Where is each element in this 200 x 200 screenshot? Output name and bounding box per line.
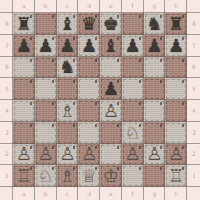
square-g3[interactable] bbox=[144, 122, 166, 144]
white-pawn-b2[interactable]: ♙ bbox=[38, 145, 54, 163]
rank-label-7-right: 7 bbox=[190, 43, 198, 49]
white-bishop-c4[interactable]: ♗ bbox=[59, 101, 75, 119]
square-a7[interactable]: ♟ bbox=[13, 35, 35, 57]
chess-board: ♜♝♛♚♞♜♟♟♟♟♝♟♟♟♞♟♗♙♘♙♙♙♙♙♙♙♖♘♗♕♔♖ bbox=[13, 13, 187, 187]
square-g1[interactable] bbox=[144, 165, 166, 187]
white-bishop-c1[interactable]: ♗ bbox=[59, 167, 75, 185]
rank-label-8-right: 8 bbox=[190, 21, 198, 27]
square-c3[interactable] bbox=[57, 122, 79, 144]
white-knight-b1[interactable]: ♘ bbox=[38, 167, 54, 185]
rank-label-6-left: 6 bbox=[3, 64, 11, 70]
square-e3[interactable] bbox=[100, 122, 122, 144]
square-d1[interactable]: ♕ bbox=[78, 165, 100, 187]
white-pawn-h2[interactable]: ♙ bbox=[168, 145, 184, 163]
rank-label-7-left: 7 bbox=[3, 43, 11, 49]
square-h8[interactable]: ♜ bbox=[165, 13, 187, 35]
square-f7[interactable]: ♟ bbox=[122, 35, 144, 57]
rank-label-1-right: 1 bbox=[190, 173, 198, 179]
square-g5[interactable] bbox=[144, 78, 166, 100]
file-label-h-bottom: h bbox=[172, 191, 180, 197]
white-pawn-f2[interactable]: ♙ bbox=[125, 145, 141, 163]
file-label-d-top: d bbox=[85, 3, 93, 9]
square-d2[interactable]: ♙ bbox=[78, 144, 100, 166]
rank-label-6-right: 6 bbox=[190, 64, 198, 70]
square-f3[interactable]: ♘ bbox=[122, 122, 144, 144]
black-pawn-g7[interactable]: ♟ bbox=[146, 36, 162, 54]
white-pawn-d2[interactable]: ♙ bbox=[81, 145, 97, 163]
black-pawn-c7[interactable]: ♟ bbox=[59, 36, 75, 54]
white-pawn-e4[interactable]: ♙ bbox=[103, 101, 119, 119]
white-rook-a1[interactable]: ♖ bbox=[16, 167, 32, 185]
square-e8[interactable]: ♚ bbox=[100, 13, 122, 35]
black-queen-d8[interactable]: ♛ bbox=[81, 14, 97, 32]
square-h1[interactable]: ♖ bbox=[165, 165, 187, 187]
square-b2[interactable]: ♙ bbox=[35, 144, 57, 166]
square-b8[interactable] bbox=[35, 13, 57, 35]
square-b4[interactable] bbox=[35, 100, 57, 122]
rank-label-5-left: 5 bbox=[3, 86, 11, 92]
black-pawn-e5[interactable]: ♟ bbox=[103, 80, 119, 98]
square-e2[interactable] bbox=[100, 144, 122, 166]
square-c6[interactable]: ♞ bbox=[57, 57, 79, 79]
square-a3[interactable] bbox=[13, 122, 35, 144]
square-g2[interactable]: ♙ bbox=[144, 144, 166, 166]
square-f1[interactable] bbox=[122, 165, 144, 187]
square-a8[interactable]: ♜ bbox=[13, 13, 35, 35]
white-rook-h1[interactable]: ♖ bbox=[168, 167, 184, 185]
black-pawn-b7[interactable]: ♟ bbox=[38, 36, 54, 54]
square-a2[interactable]: ♙ bbox=[13, 144, 35, 166]
rank-label-4-right: 4 bbox=[190, 108, 198, 114]
square-h3[interactable] bbox=[165, 122, 187, 144]
file-label-c-bottom: c bbox=[63, 191, 71, 197]
square-d8[interactable]: ♛ bbox=[78, 13, 100, 35]
rank-label-3-right: 3 bbox=[190, 130, 198, 136]
square-f2[interactable]: ♙ bbox=[122, 144, 144, 166]
rank-label-5-right: 5 bbox=[190, 86, 198, 92]
square-d3[interactable] bbox=[78, 122, 100, 144]
white-pawn-g2[interactable]: ♙ bbox=[146, 145, 162, 163]
square-c2[interactable]: ♙ bbox=[57, 144, 79, 166]
square-b1[interactable]: ♘ bbox=[35, 165, 57, 187]
square-d6[interactable] bbox=[78, 57, 100, 79]
square-e1[interactable]: ♔ bbox=[100, 165, 122, 187]
square-f5[interactable] bbox=[122, 78, 144, 100]
black-bishop-c8[interactable]: ♝ bbox=[59, 14, 75, 32]
black-bishop-e7[interactable]: ♝ bbox=[103, 36, 119, 54]
square-f6[interactable] bbox=[122, 57, 144, 79]
square-g8[interactable]: ♞ bbox=[144, 13, 166, 35]
black-pawn-f7[interactable]: ♟ bbox=[125, 36, 141, 54]
square-a6[interactable] bbox=[13, 57, 35, 79]
square-h7[interactable]: ♟ bbox=[165, 35, 187, 57]
square-b5[interactable] bbox=[35, 78, 57, 100]
rank-label-4-left: 4 bbox=[3, 108, 11, 114]
square-d4[interactable] bbox=[78, 100, 100, 122]
square-d5[interactable] bbox=[78, 78, 100, 100]
square-c4[interactable]: ♗ bbox=[57, 100, 79, 122]
square-b6[interactable] bbox=[35, 57, 57, 79]
square-c8[interactable]: ♝ bbox=[57, 13, 79, 35]
file-label-c-top: c bbox=[63, 3, 71, 9]
square-h2[interactable]: ♙ bbox=[165, 144, 187, 166]
file-label-e-top: e bbox=[107, 3, 115, 9]
white-pawn-c2[interactable]: ♙ bbox=[59, 145, 75, 163]
rank-label-3-left: 3 bbox=[3, 130, 11, 136]
file-label-f-bottom: f bbox=[129, 191, 137, 197]
black-pawn-h7[interactable]: ♟ bbox=[168, 36, 184, 54]
file-label-f-top: f bbox=[129, 3, 137, 9]
square-e5[interactable]: ♟ bbox=[100, 78, 122, 100]
square-a5[interactable] bbox=[13, 78, 35, 100]
file-label-a-top: a bbox=[20, 3, 28, 9]
square-b7[interactable]: ♟ bbox=[35, 35, 57, 57]
file-label-g-bottom: g bbox=[150, 191, 158, 197]
stamp-chessboard-frame: ♜♝♛♚♞♜♟♟♟♟♝♟♟♟♞♟♗♙♘♙♙♙♙♙♙♙♖♘♗♕♔♖ aabbccd… bbox=[0, 0, 200, 200]
square-f4[interactable] bbox=[122, 100, 144, 122]
file-label-h-top: h bbox=[172, 3, 180, 9]
black-pawn-d7[interactable]: ♟ bbox=[81, 36, 97, 54]
black-knight-g8[interactable]: ♞ bbox=[146, 14, 162, 32]
file-label-d-bottom: d bbox=[85, 191, 93, 197]
square-a1[interactable]: ♖ bbox=[13, 165, 35, 187]
file-label-b-bottom: b bbox=[42, 191, 50, 197]
file-label-a-bottom: a bbox=[20, 191, 28, 197]
square-b3[interactable] bbox=[35, 122, 57, 144]
white-king-e1[interactable]: ♔ bbox=[103, 167, 119, 185]
white-pawn-a2[interactable]: ♙ bbox=[16, 145, 32, 163]
square-a4[interactable] bbox=[13, 100, 35, 122]
square-h4[interactable] bbox=[165, 100, 187, 122]
square-h5[interactable] bbox=[165, 78, 187, 100]
square-c5[interactable] bbox=[57, 78, 79, 100]
square-e6[interactable] bbox=[100, 57, 122, 79]
square-d7[interactable]: ♟ bbox=[78, 35, 100, 57]
rank-label-2-left: 2 bbox=[3, 151, 11, 157]
file-label-g-top: g bbox=[150, 3, 158, 9]
black-pawn-a7[interactable]: ♟ bbox=[16, 36, 32, 54]
black-knight-c6[interactable]: ♞ bbox=[59, 58, 75, 76]
white-queen-d1[interactable]: ♕ bbox=[81, 167, 97, 185]
rank-label-1-left: 1 bbox=[3, 173, 11, 179]
square-h6[interactable] bbox=[165, 57, 187, 79]
square-c1[interactable]: ♗ bbox=[57, 165, 79, 187]
square-g7[interactable]: ♟ bbox=[144, 35, 166, 57]
square-e7[interactable]: ♝ bbox=[100, 35, 122, 57]
rank-label-2-right: 2 bbox=[190, 151, 198, 157]
rank-label-8-left: 8 bbox=[3, 21, 11, 27]
square-f8[interactable] bbox=[122, 13, 144, 35]
square-g6[interactable] bbox=[144, 57, 166, 79]
black-king-e8[interactable]: ♚ bbox=[103, 14, 119, 32]
square-g4[interactable] bbox=[144, 100, 166, 122]
black-rook-a8[interactable]: ♜ bbox=[16, 14, 32, 32]
white-knight-f3[interactable]: ♘ bbox=[125, 123, 141, 141]
square-e4[interactable]: ♙ bbox=[100, 100, 122, 122]
file-label-e-bottom: e bbox=[107, 191, 115, 197]
square-c7[interactable]: ♟ bbox=[57, 35, 79, 57]
black-rook-h8[interactable]: ♜ bbox=[168, 14, 184, 32]
file-label-b-top: b bbox=[42, 3, 50, 9]
